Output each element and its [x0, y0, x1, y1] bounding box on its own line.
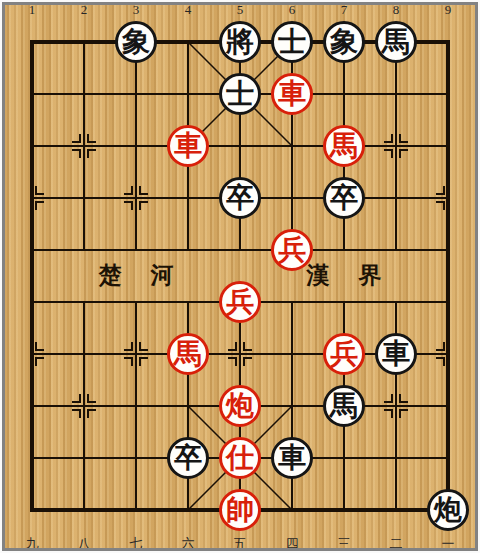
piece-red-horse-c7r3[interactable]: 馬: [323, 125, 365, 167]
piece-red-cannon-c5r8[interactable]: 炮: [219, 385, 261, 427]
piece-black-soldier-c4r9[interactable]: 卒: [167, 437, 209, 479]
file-label-bottom-1: 九: [22, 537, 42, 551]
file-label-top-7: 7: [334, 3, 354, 17]
file-label-bottom-3: 七: [126, 537, 146, 551]
piece-black-chariot-c8r7[interactable]: 車: [375, 333, 417, 375]
piece-red-advisor-c5r9[interactable]: 仕: [219, 437, 261, 479]
file-label-bottom-6: 四: [282, 537, 302, 551]
file-label-top-2: 2: [74, 3, 94, 17]
river-char-3: 漢: [305, 263, 331, 289]
river-char-4: 界: [357, 263, 383, 289]
piece-red-chariot-c6r2[interactable]: 車: [271, 73, 313, 115]
piece-red-chariot-c4r3[interactable]: 車: [167, 125, 209, 167]
file-label-top-1: 1: [22, 3, 42, 17]
file-label-top-9: 9: [438, 3, 458, 17]
piece-red-soldier-c6r5[interactable]: 兵: [271, 229, 313, 271]
piece-black-chariot-c6r9[interactable]: 車: [271, 437, 313, 479]
piece-red-soldier-c7r7[interactable]: 兵: [323, 333, 365, 375]
piece-black-advisor-c5r2[interactable]: 士: [219, 73, 261, 115]
piece-black-horse-c8r1[interactable]: 馬: [375, 21, 417, 63]
piece-black-advisor-c6r1[interactable]: 士: [271, 21, 313, 63]
piece-black-soldier-c7r4[interactable]: 卒: [323, 177, 365, 219]
xiangqi-board-window[interactable]: 123456789 九八七六五四三二一 楚河漢界 象將士象馬士車車馬卒卒兵兵馬兵…: [0, 0, 480, 553]
file-label-bottom-8: 二: [386, 537, 406, 551]
river-char-1: 楚: [97, 263, 123, 289]
piece-black-elephant-c3r1[interactable]: 象: [115, 21, 157, 63]
file-label-top-6: 6: [282, 3, 302, 17]
piece-red-horse-c4r7[interactable]: 馬: [167, 333, 209, 375]
file-label-bottom-4: 六: [178, 537, 198, 551]
river-char-2: 河: [149, 263, 175, 289]
piece-black-soldier-c5r4[interactable]: 卒: [219, 177, 261, 219]
piece-red-general-c5r10[interactable]: 帥: [219, 489, 261, 531]
piece-black-horse-c7r8[interactable]: 馬: [323, 385, 365, 427]
file-label-bottom-7: 三: [334, 537, 354, 551]
file-label-top-3: 3: [126, 3, 146, 17]
file-label-top-5: 5: [230, 3, 250, 17]
piece-black-general-c5r1[interactable]: 將: [219, 21, 261, 63]
file-label-top-8: 8: [386, 3, 406, 17]
piece-red-soldier-c5r6[interactable]: 兵: [219, 281, 261, 323]
file-label-bottom-2: 八: [74, 537, 94, 551]
file-label-top-4: 4: [178, 3, 198, 17]
file-label-bottom-5: 五: [230, 537, 250, 551]
piece-black-elephant-c7r1[interactable]: 象: [323, 21, 365, 63]
piece-black-cannon-c9r10[interactable]: 炮: [427, 489, 469, 531]
file-label-bottom-9: 一: [438, 537, 458, 551]
